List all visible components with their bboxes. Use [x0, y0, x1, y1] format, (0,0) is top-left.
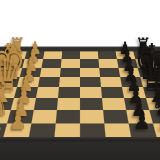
board-front-edge [0, 137, 160, 160]
white-rook: ♜ [0, 103, 4, 134]
chess-set-photo: ♜♞♝♛♚♝♞♜♟♟♟♟♟♟♟♟♟♟♟♟♟♟♟♟♜♞♝♛♚♝♞♜ [0, 0, 160, 160]
black-rook: ♜ [156, 103, 160, 134]
black-pawn: ♟ [134, 110, 152, 134]
pieces-layer: ♜♞♝♛♚♝♞♜♟♟♟♟♟♟♟♟♟♟♟♟♟♟♟♟♜♞♝♛♚♝♞♜ [0, 0, 160, 160]
white-pawn: ♟ [9, 110, 27, 134]
